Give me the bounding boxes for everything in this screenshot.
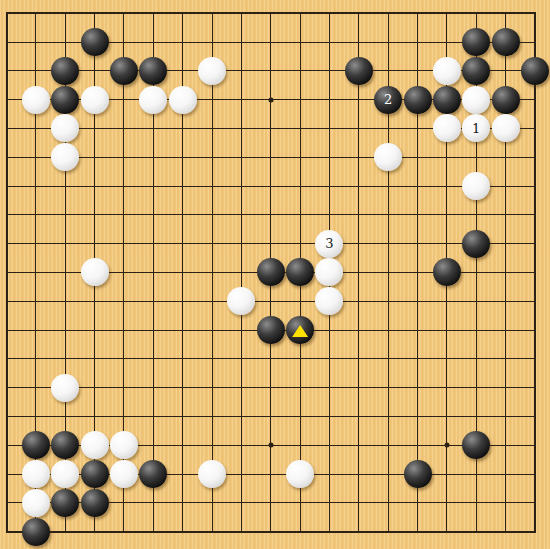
grid-line-horizontal — [6, 358, 536, 359]
black-stone — [404, 460, 432, 488]
grid-line-horizontal — [6, 214, 536, 215]
white-stone — [198, 460, 226, 488]
black-stone — [110, 57, 138, 85]
white-stone — [51, 143, 79, 171]
white-stone — [492, 114, 520, 142]
white-stone — [169, 86, 197, 114]
white-stone — [22, 86, 50, 114]
white-stone — [198, 57, 226, 85]
white-stone: 1 — [462, 114, 490, 142]
black-stone — [257, 316, 285, 344]
white-stone — [110, 460, 138, 488]
black-stone — [51, 489, 79, 517]
white-stone — [286, 460, 314, 488]
white-stone — [81, 86, 109, 114]
white-stone — [51, 114, 79, 142]
white-stone — [110, 431, 138, 459]
black-stone — [139, 460, 167, 488]
grid-line-horizontal — [6, 157, 536, 158]
black-stone — [462, 28, 490, 56]
black-stone — [286, 258, 314, 286]
grid-line-horizontal — [6, 186, 536, 187]
grid-line-horizontal — [6, 416, 536, 417]
white-stone — [374, 143, 402, 171]
white-stone — [462, 86, 490, 114]
black-stone — [22, 518, 50, 546]
grid-line-horizontal — [6, 387, 536, 388]
black-stone — [433, 258, 461, 286]
grid-line-horizontal — [6, 243, 536, 244]
black-stone — [433, 86, 461, 114]
white-stone — [81, 258, 109, 286]
black-stone: 2 — [374, 86, 402, 114]
grid-line-horizontal — [6, 531, 536, 533]
white-stone — [51, 374, 79, 402]
black-stone — [521, 57, 549, 85]
triangle-marker-icon — [292, 325, 308, 337]
black-stone — [462, 230, 490, 258]
white-stone — [81, 431, 109, 459]
white-stone — [462, 172, 490, 200]
black-stone — [139, 57, 167, 85]
move-number-label: 1 — [472, 122, 480, 135]
go-board[interactable]: 213 — [0, 0, 550, 549]
black-stone — [492, 28, 520, 56]
white-stone — [433, 57, 461, 85]
white-stone — [227, 287, 255, 315]
white-stone — [22, 489, 50, 517]
black-stone — [492, 86, 520, 114]
star-point — [268, 97, 273, 102]
move-number-label: 3 — [325, 237, 333, 250]
black-stone — [81, 28, 109, 56]
white-stone — [139, 86, 167, 114]
white-stone — [315, 287, 343, 315]
move-number-label: 2 — [384, 93, 392, 106]
white-stone — [51, 460, 79, 488]
black-stone — [404, 86, 432, 114]
white-stone: 3 — [315, 230, 343, 258]
black-stone — [51, 431, 79, 459]
white-stone — [315, 258, 343, 286]
white-stone — [22, 460, 50, 488]
black-stone — [51, 57, 79, 85]
black-stone — [257, 258, 285, 286]
black-stone — [81, 460, 109, 488]
grid-line-horizontal — [6, 301, 536, 302]
black-stone — [51, 86, 79, 114]
black-stone — [81, 489, 109, 517]
star-point — [444, 443, 449, 448]
star-point — [268, 443, 273, 448]
white-stone — [433, 114, 461, 142]
black-stone — [345, 57, 373, 85]
black-stone — [22, 431, 50, 459]
grid-line-horizontal — [6, 12, 536, 14]
black-stone — [462, 57, 490, 85]
black-stone — [286, 316, 314, 344]
black-stone — [462, 431, 490, 459]
